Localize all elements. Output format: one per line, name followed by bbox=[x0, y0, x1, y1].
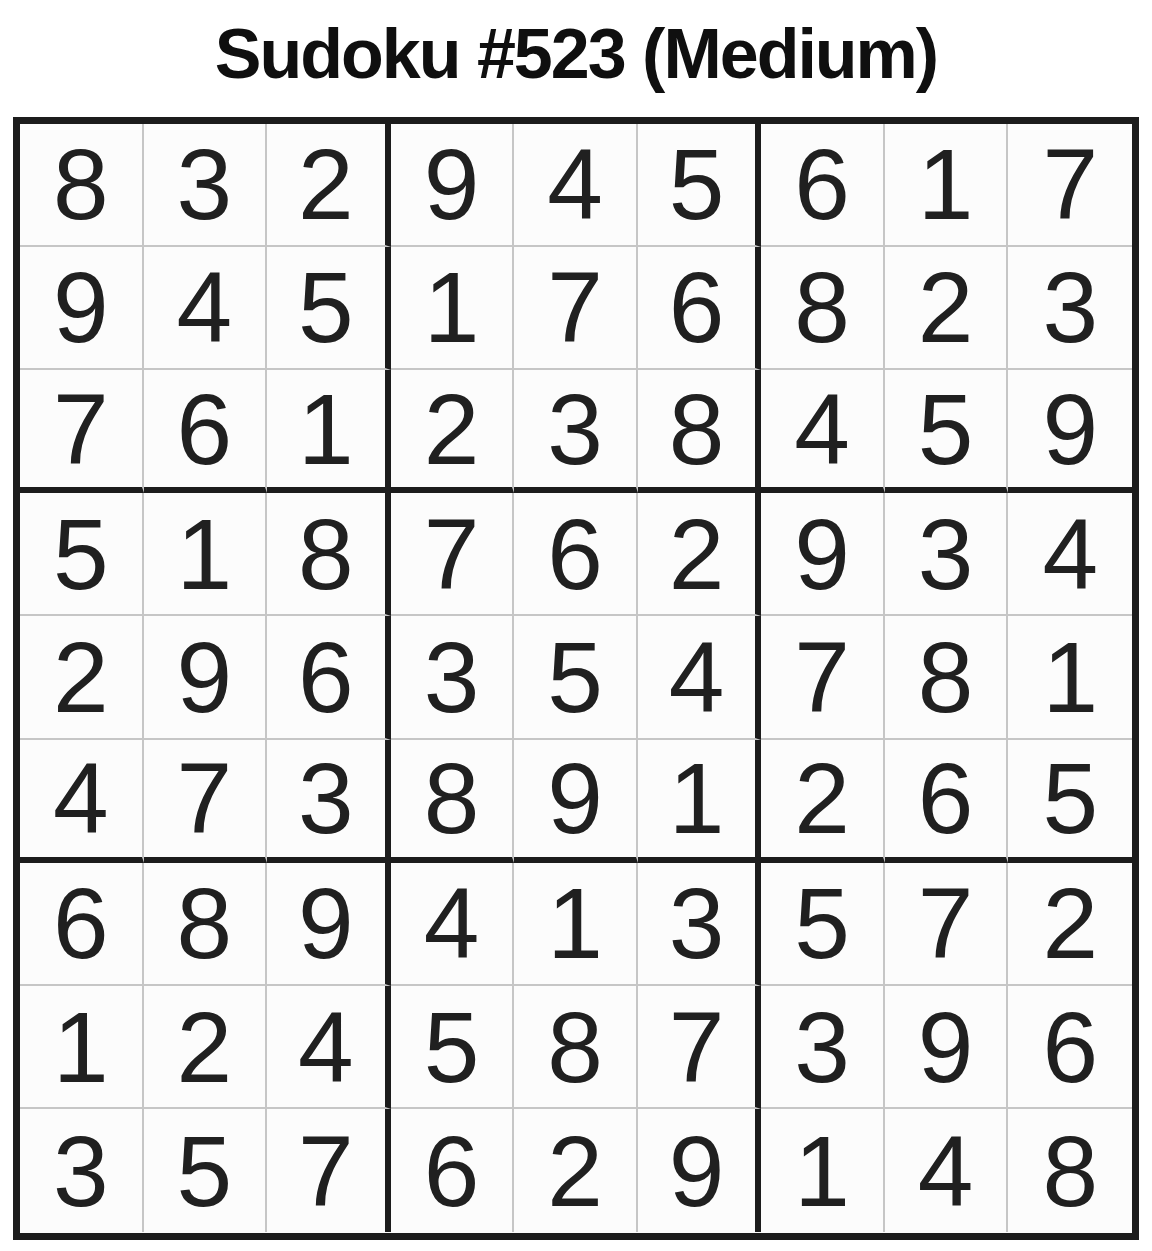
cell-r7c2: 8 bbox=[144, 863, 268, 986]
cell-r8c2: 2 bbox=[144, 986, 268, 1109]
cell-r9c8: 4 bbox=[885, 1109, 1009, 1232]
cell-r9c2: 5 bbox=[144, 1109, 268, 1232]
cell-r2c5: 7 bbox=[514, 247, 638, 370]
cell-r7c8: 7 bbox=[885, 863, 1009, 986]
cell-r7c1: 6 bbox=[20, 863, 144, 986]
cell-r5c9: 1 bbox=[1008, 616, 1132, 739]
cell-r6c9: 5 bbox=[1008, 740, 1132, 863]
cell-r6c2: 7 bbox=[144, 740, 268, 863]
cell-r3c8: 5 bbox=[885, 370, 1009, 493]
cell-r5c3: 6 bbox=[267, 616, 391, 739]
cell-r3c9: 9 bbox=[1008, 370, 1132, 493]
cell-r6c4: 8 bbox=[391, 740, 515, 863]
cell-r3c5: 3 bbox=[514, 370, 638, 493]
cell-r8c5: 8 bbox=[514, 986, 638, 1109]
cell-r9c6: 9 bbox=[638, 1109, 762, 1232]
cell-r9c1: 3 bbox=[20, 1109, 144, 1232]
cell-r9c7: 1 bbox=[761, 1109, 885, 1232]
cell-r3c4: 2 bbox=[391, 370, 515, 493]
cell-r2c3: 5 bbox=[267, 247, 391, 370]
cell-r4c9: 4 bbox=[1008, 493, 1132, 616]
cell-r2c4: 1 bbox=[391, 247, 515, 370]
cell-r6c1: 4 bbox=[20, 740, 144, 863]
cell-r9c3: 7 bbox=[267, 1109, 391, 1232]
cell-r8c6: 7 bbox=[638, 986, 762, 1109]
cell-r1c2: 3 bbox=[144, 124, 268, 247]
cell-r8c1: 1 bbox=[20, 986, 144, 1109]
cell-r8c9: 6 bbox=[1008, 986, 1132, 1109]
cell-r7c6: 3 bbox=[638, 863, 762, 986]
cell-r4c1: 5 bbox=[20, 493, 144, 616]
cell-r1c5: 4 bbox=[514, 124, 638, 247]
cell-r2c9: 3 bbox=[1008, 247, 1132, 370]
cell-r9c4: 6 bbox=[391, 1109, 515, 1232]
cell-r4c3: 8 bbox=[267, 493, 391, 616]
cell-r6c3: 3 bbox=[267, 740, 391, 863]
cell-r2c1: 9 bbox=[20, 247, 144, 370]
cell-r4c5: 6 bbox=[514, 493, 638, 616]
cell-r3c7: 4 bbox=[761, 370, 885, 493]
cell-r3c3: 1 bbox=[267, 370, 391, 493]
cell-r6c6: 1 bbox=[638, 740, 762, 863]
cell-r4c7: 9 bbox=[761, 493, 885, 616]
cell-r5c8: 8 bbox=[885, 616, 1009, 739]
cell-r3c2: 6 bbox=[144, 370, 268, 493]
cell-r3c1: 7 bbox=[20, 370, 144, 493]
cell-r1c7: 6 bbox=[761, 124, 885, 247]
cell-r4c8: 3 bbox=[885, 493, 1009, 616]
cell-r5c1: 2 bbox=[20, 616, 144, 739]
cell-r2c7: 8 bbox=[761, 247, 885, 370]
cell-r5c6: 4 bbox=[638, 616, 762, 739]
cell-r1c6: 5 bbox=[638, 124, 762, 247]
cell-r5c4: 3 bbox=[391, 616, 515, 739]
cell-r5c2: 9 bbox=[144, 616, 268, 739]
cell-r8c3: 4 bbox=[267, 986, 391, 1109]
cell-r7c4: 4 bbox=[391, 863, 515, 986]
puzzle-title: Sudoku #523 (Medium) bbox=[0, 4, 1152, 106]
cell-r4c2: 1 bbox=[144, 493, 268, 616]
cell-r4c4: 7 bbox=[391, 493, 515, 616]
cell-r1c8: 1 bbox=[885, 124, 1009, 247]
cell-r9c9: 8 bbox=[1008, 1109, 1132, 1232]
sudoku-board: 8329456179451768237612384595187629342963… bbox=[13, 117, 1139, 1240]
cell-r7c7: 5 bbox=[761, 863, 885, 986]
cell-r4c6: 2 bbox=[638, 493, 762, 616]
cell-r6c7: 2 bbox=[761, 740, 885, 863]
cell-r2c6: 6 bbox=[638, 247, 762, 370]
cell-r6c5: 9 bbox=[514, 740, 638, 863]
cell-r5c5: 5 bbox=[514, 616, 638, 739]
cell-r8c7: 3 bbox=[761, 986, 885, 1109]
cell-r8c4: 5 bbox=[391, 986, 515, 1109]
cell-r1c9: 7 bbox=[1008, 124, 1132, 247]
cell-r6c8: 6 bbox=[885, 740, 1009, 863]
cell-r3c6: 8 bbox=[638, 370, 762, 493]
cell-r1c4: 9 bbox=[391, 124, 515, 247]
cell-r2c8: 2 bbox=[885, 247, 1009, 370]
cell-r1c1: 8 bbox=[20, 124, 144, 247]
cell-r9c5: 2 bbox=[514, 1109, 638, 1232]
cell-r2c2: 4 bbox=[144, 247, 268, 370]
cell-r7c3: 9 bbox=[267, 863, 391, 986]
cell-r1c3: 2 bbox=[267, 124, 391, 247]
cell-r7c9: 2 bbox=[1008, 863, 1132, 986]
cell-r8c8: 9 bbox=[885, 986, 1009, 1109]
cell-r5c7: 7 bbox=[761, 616, 885, 739]
cell-r7c5: 1 bbox=[514, 863, 638, 986]
